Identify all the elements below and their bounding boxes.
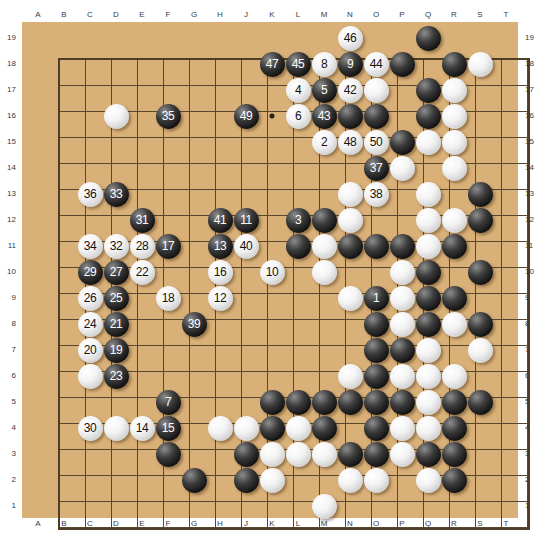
black-stone-P18 bbox=[390, 52, 415, 77]
white-stone-H10-move-16: 16 bbox=[208, 260, 233, 285]
black-stone-N16 bbox=[338, 104, 363, 129]
row-label-left-9: 9 bbox=[10, 285, 18, 311]
row-label-right-13: 13 bbox=[523, 181, 536, 207]
black-stone-M16-move-43: 43 bbox=[312, 104, 337, 129]
white-stone-M1 bbox=[312, 494, 337, 519]
move-number-label: 7 bbox=[165, 396, 171, 408]
column-label-bottom-R: R bbox=[441, 518, 467, 530]
move-number-label: 36 bbox=[84, 188, 96, 200]
move-number-label: 34 bbox=[84, 240, 96, 252]
white-stone-Q15 bbox=[416, 130, 441, 155]
column-label-top-B: B bbox=[51, 9, 77, 21]
move-number-label: 20 bbox=[84, 344, 96, 356]
black-stone-D6-move-23: 23 bbox=[104, 364, 129, 389]
white-stone-M18-move-8: 8 bbox=[312, 52, 337, 77]
black-stone-J12-move-11: 11 bbox=[234, 208, 259, 233]
black-stone-R11 bbox=[442, 234, 467, 259]
white-stone-F9-move-18: 18 bbox=[156, 286, 181, 311]
row-label-left-6: 6 bbox=[10, 363, 18, 389]
black-stone-L18-move-45: 45 bbox=[286, 52, 311, 77]
white-stone-Q5 bbox=[416, 390, 441, 415]
black-stone-S8 bbox=[468, 312, 493, 337]
move-number-label: 31 bbox=[136, 214, 148, 226]
column-label-bottom-F: F bbox=[155, 518, 181, 530]
row-label-left-8: 8 bbox=[10, 311, 18, 337]
black-stone-P5 bbox=[390, 390, 415, 415]
white-stone-S7 bbox=[468, 338, 493, 363]
black-stone-O14-move-37: 37 bbox=[364, 156, 389, 181]
white-stone-E4-move-14: 14 bbox=[130, 416, 155, 441]
row-label-right-14: 14 bbox=[523, 155, 536, 181]
black-stone-P15 bbox=[390, 130, 415, 155]
black-stone-F3 bbox=[156, 442, 181, 467]
move-number-label: 39 bbox=[188, 318, 200, 330]
white-stone-P8 bbox=[390, 312, 415, 337]
column-label-top-M: M bbox=[311, 9, 337, 21]
black-stone-M4 bbox=[312, 416, 337, 441]
black-stone-J2 bbox=[234, 468, 259, 493]
move-number-label: 1 bbox=[373, 292, 379, 304]
column-labels-bottom: ABCDEFGHJKLMNOPQRST bbox=[25, 518, 519, 530]
white-stone-E11-move-28: 28 bbox=[130, 234, 155, 259]
column-label-top-E: E bbox=[129, 9, 155, 21]
black-stone-Q9 bbox=[416, 286, 441, 311]
black-stone-R3 bbox=[442, 442, 467, 467]
stones-layer: 4647458944454235496432485037363338314111… bbox=[25, 25, 519, 519]
black-stone-H12-move-41: 41 bbox=[208, 208, 233, 233]
row-label-right-5: 5 bbox=[523, 389, 531, 415]
white-stone-P4 bbox=[390, 416, 415, 441]
column-label-bottom-T: T bbox=[493, 518, 519, 530]
black-stone-R5 bbox=[442, 390, 467, 415]
column-labels-top: ABCDEFGHJKLMNOPQRST bbox=[25, 9, 519, 21]
row-label-right-2: 2 bbox=[523, 467, 531, 493]
white-stone-K2 bbox=[260, 468, 285, 493]
black-stone-F16-move-35: 35 bbox=[156, 104, 181, 129]
row-label-right-9: 9 bbox=[523, 285, 531, 311]
white-stone-N15-move-48: 48 bbox=[338, 130, 363, 155]
black-stone-Q10 bbox=[416, 260, 441, 285]
move-number-label: 16 bbox=[214, 266, 226, 278]
white-stone-J4 bbox=[234, 416, 259, 441]
black-stone-K4 bbox=[260, 416, 285, 441]
white-stone-N6 bbox=[338, 364, 363, 389]
white-stone-L17-move-4: 4 bbox=[286, 78, 311, 103]
white-stone-Q4 bbox=[416, 416, 441, 441]
white-stone-R16 bbox=[442, 104, 467, 129]
move-number-label: 21 bbox=[110, 318, 122, 330]
row-label-left-17: 17 bbox=[5, 77, 18, 103]
row-label-right-6: 6 bbox=[523, 363, 531, 389]
black-stone-S12 bbox=[468, 208, 493, 233]
row-labels-left: 19181716151413121110987654321 bbox=[0, 25, 18, 519]
move-number-label: 6 bbox=[295, 110, 301, 122]
white-stone-D16 bbox=[104, 104, 129, 129]
move-number-label: 49 bbox=[240, 110, 252, 122]
row-label-left-16: 16 bbox=[5, 103, 18, 129]
black-stone-F4-move-15: 15 bbox=[156, 416, 181, 441]
white-stone-O2 bbox=[364, 468, 389, 493]
move-number-label: 14 bbox=[136, 422, 148, 434]
white-stone-P9 bbox=[390, 286, 415, 311]
move-number-label: 50 bbox=[370, 136, 382, 148]
row-label-left-1: 1 bbox=[10, 493, 18, 519]
row-label-right-7: 7 bbox=[523, 337, 531, 363]
black-stone-O9-move-1: 1 bbox=[364, 286, 389, 311]
move-number-label: 5 bbox=[321, 84, 327, 96]
black-stone-D7-move-19: 19 bbox=[104, 338, 129, 363]
white-stone-Q6 bbox=[416, 364, 441, 389]
row-label-left-7: 7 bbox=[10, 337, 18, 363]
move-number-label: 26 bbox=[84, 292, 96, 304]
move-number-label: 10 bbox=[266, 266, 278, 278]
black-stone-O3 bbox=[364, 442, 389, 467]
black-stone-Q19 bbox=[416, 26, 441, 51]
black-stone-O5 bbox=[364, 390, 389, 415]
white-stone-P6 bbox=[390, 364, 415, 389]
white-stone-R17 bbox=[442, 78, 467, 103]
black-stone-Q17 bbox=[416, 78, 441, 103]
black-stone-R2 bbox=[442, 468, 467, 493]
move-number-label: 9 bbox=[347, 58, 353, 70]
black-stone-J3 bbox=[234, 442, 259, 467]
row-label-left-13: 13 bbox=[5, 181, 18, 207]
black-stone-K18-move-47: 47 bbox=[260, 52, 285, 77]
black-stone-L5 bbox=[286, 390, 311, 415]
row-label-left-14: 14 bbox=[5, 155, 18, 181]
column-label-top-L: L bbox=[285, 9, 311, 21]
move-number-label: 4 bbox=[295, 84, 301, 96]
move-number-label: 33 bbox=[110, 188, 122, 200]
black-stone-R18 bbox=[442, 52, 467, 77]
white-stone-K10-move-10: 10 bbox=[260, 260, 285, 285]
move-number-label: 32 bbox=[110, 240, 122, 252]
white-stone-Q7 bbox=[416, 338, 441, 363]
move-number-label: 27 bbox=[110, 266, 122, 278]
white-stone-O18-move-44: 44 bbox=[364, 52, 389, 77]
white-stone-N9 bbox=[338, 286, 363, 311]
black-stone-P7 bbox=[390, 338, 415, 363]
white-stone-N19-move-46: 46 bbox=[338, 26, 363, 51]
move-number-label: 8 bbox=[321, 58, 327, 70]
column-label-top-A: A bbox=[25, 9, 51, 21]
white-stone-R6 bbox=[442, 364, 467, 389]
column-label-bottom-J: J bbox=[233, 518, 259, 530]
row-label-right-15: 15 bbox=[523, 129, 536, 155]
column-label-top-S: S bbox=[467, 9, 493, 21]
row-label-left-5: 5 bbox=[10, 389, 18, 415]
move-number-label: 44 bbox=[370, 58, 382, 70]
white-stone-P14 bbox=[390, 156, 415, 181]
white-stone-Q2 bbox=[416, 468, 441, 493]
black-stone-N5 bbox=[338, 390, 363, 415]
white-stone-Q12 bbox=[416, 208, 441, 233]
black-stone-M12 bbox=[312, 208, 337, 233]
black-stone-N11 bbox=[338, 234, 363, 259]
row-label-left-10: 10 bbox=[5, 259, 18, 285]
row-label-right-17: 17 bbox=[523, 77, 536, 103]
black-stone-R9 bbox=[442, 286, 467, 311]
white-stone-L16-move-6: 6 bbox=[286, 104, 311, 129]
row-label-right-4: 4 bbox=[523, 415, 531, 441]
white-stone-J11-move-40: 40 bbox=[234, 234, 259, 259]
black-stone-R4 bbox=[442, 416, 467, 441]
black-stone-L12-move-3: 3 bbox=[286, 208, 311, 233]
row-label-right-11: 11 bbox=[523, 233, 535, 259]
column-label-top-C: C bbox=[77, 9, 103, 21]
column-label-top-K: K bbox=[259, 9, 285, 21]
white-stone-C6 bbox=[78, 364, 103, 389]
column-label-bottom-E: E bbox=[129, 518, 155, 530]
white-stone-P3 bbox=[390, 442, 415, 467]
column-label-top-D: D bbox=[103, 9, 129, 21]
white-stone-M11 bbox=[312, 234, 337, 259]
move-number-label: 25 bbox=[110, 292, 122, 304]
white-stone-P10 bbox=[390, 260, 415, 285]
white-stone-C7-move-20: 20 bbox=[78, 338, 103, 363]
move-number-label: 48 bbox=[344, 136, 356, 148]
black-stone-G8-move-39: 39 bbox=[182, 312, 207, 337]
go-diagram-page: ABCDEFGHJKLMNOPQRST ABCDEFGHJKLMNOPQRST … bbox=[0, 0, 540, 540]
black-stone-S10 bbox=[468, 260, 493, 285]
row-label-left-12: 12 bbox=[5, 207, 18, 233]
row-label-right-1: 1 bbox=[523, 493, 531, 519]
column-label-top-O: O bbox=[363, 9, 389, 21]
white-stone-Q11 bbox=[416, 234, 441, 259]
row-label-right-8: 8 bbox=[523, 311, 531, 337]
black-stone-L11 bbox=[286, 234, 311, 259]
white-stone-H9-move-12: 12 bbox=[208, 286, 233, 311]
black-stone-S5 bbox=[468, 390, 493, 415]
black-stone-M5 bbox=[312, 390, 337, 415]
column-label-bottom-K: K bbox=[259, 518, 285, 530]
white-stone-S18 bbox=[468, 52, 493, 77]
column-label-top-G: G bbox=[181, 9, 207, 21]
move-number-label: 3 bbox=[295, 214, 301, 226]
move-number-label: 13 bbox=[214, 240, 226, 252]
column-label-top-Q: Q bbox=[415, 9, 441, 21]
black-stone-O8 bbox=[364, 312, 389, 337]
black-stone-J16-move-49: 49 bbox=[234, 104, 259, 129]
white-stone-L3 bbox=[286, 442, 311, 467]
row-label-right-10: 10 bbox=[523, 259, 536, 285]
black-stone-O6 bbox=[364, 364, 389, 389]
white-stone-R12 bbox=[442, 208, 467, 233]
move-number-label: 17 bbox=[162, 240, 174, 252]
black-stone-S13 bbox=[468, 182, 493, 207]
column-label-top-F: F bbox=[155, 9, 181, 21]
white-stone-H4 bbox=[208, 416, 233, 441]
white-stone-C8-move-24: 24 bbox=[78, 312, 103, 337]
row-label-left-11: 11 bbox=[6, 233, 18, 259]
move-number-label: 18 bbox=[162, 292, 174, 304]
black-stone-E12-move-31: 31 bbox=[130, 208, 155, 233]
white-stone-C13-move-36: 36 bbox=[78, 182, 103, 207]
row-label-right-3: 3 bbox=[523, 441, 531, 467]
column-label-bottom-C: C bbox=[77, 518, 103, 530]
move-number-label: 42 bbox=[344, 84, 356, 96]
white-stone-R15 bbox=[442, 130, 467, 155]
black-stone-M17-move-5: 5 bbox=[312, 78, 337, 103]
row-label-left-4: 4 bbox=[10, 415, 18, 441]
black-stone-N3 bbox=[338, 442, 363, 467]
row-label-right-19: 19 bbox=[523, 25, 536, 51]
column-label-top-T: T bbox=[493, 9, 519, 21]
row-label-left-15: 15 bbox=[5, 129, 18, 155]
column-label-bottom-S: S bbox=[467, 518, 493, 530]
black-stone-O4 bbox=[364, 416, 389, 441]
white-stone-O13-move-38: 38 bbox=[364, 182, 389, 207]
row-label-right-12: 12 bbox=[523, 207, 536, 233]
column-label-bottom-P: P bbox=[389, 518, 415, 530]
move-number-label: 2 bbox=[321, 136, 327, 148]
column-label-bottom-O: O bbox=[363, 518, 389, 530]
move-number-label: 41 bbox=[214, 214, 226, 226]
white-stone-Q13 bbox=[416, 182, 441, 207]
column-label-top-N: N bbox=[337, 9, 363, 21]
row-label-left-19: 19 bbox=[5, 25, 18, 51]
white-stone-R8 bbox=[442, 312, 467, 337]
move-number-label: 35 bbox=[162, 110, 174, 122]
move-number-label: 43 bbox=[318, 110, 330, 122]
move-number-label: 30 bbox=[84, 422, 96, 434]
black-stone-Q3 bbox=[416, 442, 441, 467]
move-number-label: 28 bbox=[136, 240, 148, 252]
column-label-bottom-G: G bbox=[181, 518, 207, 530]
black-stone-O16 bbox=[364, 104, 389, 129]
row-label-right-16: 16 bbox=[523, 103, 536, 129]
black-stone-N18-move-9: 9 bbox=[338, 52, 363, 77]
white-stone-O15-move-50: 50 bbox=[364, 130, 389, 155]
black-stone-H11-move-13: 13 bbox=[208, 234, 233, 259]
black-stone-F11-move-17: 17 bbox=[156, 234, 181, 259]
white-stone-D4 bbox=[104, 416, 129, 441]
white-stone-K3 bbox=[260, 442, 285, 467]
column-label-bottom-B: B bbox=[51, 518, 77, 530]
white-stone-C4-move-30: 30 bbox=[78, 416, 103, 441]
column-label-bottom-M: M bbox=[311, 518, 337, 530]
row-label-left-3: 3 bbox=[10, 441, 18, 467]
white-stone-D11-move-32: 32 bbox=[104, 234, 129, 259]
white-stone-N17-move-42: 42 bbox=[338, 78, 363, 103]
row-label-right-18: 18 bbox=[523, 51, 536, 77]
black-stone-K5 bbox=[260, 390, 285, 415]
move-number-label: 23 bbox=[110, 370, 122, 382]
white-stone-M3 bbox=[312, 442, 337, 467]
move-number-label: 24 bbox=[84, 318, 96, 330]
white-stone-O17 bbox=[364, 78, 389, 103]
column-label-bottom-A: A bbox=[25, 518, 51, 530]
move-number-label: 45 bbox=[292, 58, 304, 70]
white-stone-R14 bbox=[442, 156, 467, 181]
row-labels-right: 19181716151413121110987654321 bbox=[523, 25, 540, 519]
row-label-left-2: 2 bbox=[10, 467, 18, 493]
move-number-label: 19 bbox=[110, 344, 122, 356]
white-stone-C9-move-26: 26 bbox=[78, 286, 103, 311]
black-stone-O11 bbox=[364, 234, 389, 259]
column-label-top-P: P bbox=[389, 9, 415, 21]
white-stone-N2 bbox=[338, 468, 363, 493]
black-stone-Q16 bbox=[416, 104, 441, 129]
move-number-label: 47 bbox=[266, 58, 278, 70]
move-number-label: 29 bbox=[84, 266, 96, 278]
black-stone-F5-move-7: 7 bbox=[156, 390, 181, 415]
row-label-left-18: 18 bbox=[5, 51, 18, 77]
black-stone-D10-move-27: 27 bbox=[104, 260, 129, 285]
white-stone-M10 bbox=[312, 260, 337, 285]
white-stone-N12 bbox=[338, 208, 363, 233]
move-number-label: 38 bbox=[370, 188, 382, 200]
white-stone-N13 bbox=[338, 182, 363, 207]
column-label-bottom-D: D bbox=[103, 518, 129, 530]
black-stone-G2 bbox=[182, 468, 207, 493]
white-stone-C11-move-34: 34 bbox=[78, 234, 103, 259]
move-number-label: 40 bbox=[240, 240, 252, 252]
white-stone-E10-move-22: 22 bbox=[130, 260, 155, 285]
move-number-label: 37 bbox=[370, 162, 382, 174]
white-stone-M15-move-2: 2 bbox=[312, 130, 337, 155]
move-number-label: 46 bbox=[344, 32, 356, 44]
move-number-label: 12 bbox=[214, 292, 226, 304]
column-label-bottom-L: L bbox=[285, 518, 311, 530]
column-label-bottom-H: H bbox=[207, 518, 233, 530]
move-number-label: 22 bbox=[136, 266, 148, 278]
column-label-bottom-N: N bbox=[337, 518, 363, 530]
column-label-top-J: J bbox=[233, 9, 259, 21]
black-stone-D8-move-21: 21 bbox=[104, 312, 129, 337]
black-stone-D13-move-33: 33 bbox=[104, 182, 129, 207]
black-stone-D9-move-25: 25 bbox=[104, 286, 129, 311]
black-stone-C10-move-29: 29 bbox=[78, 260, 103, 285]
column-label-bottom-Q: Q bbox=[415, 518, 441, 530]
move-number-label: 15 bbox=[162, 422, 174, 434]
black-stone-O7 bbox=[364, 338, 389, 363]
move-number-label: 11 bbox=[240, 214, 251, 226]
column-label-top-R: R bbox=[441, 9, 467, 21]
black-stone-P11 bbox=[390, 234, 415, 259]
black-stone-Q8 bbox=[416, 312, 441, 337]
white-stone-L4 bbox=[286, 416, 311, 441]
column-label-top-H: H bbox=[207, 9, 233, 21]
